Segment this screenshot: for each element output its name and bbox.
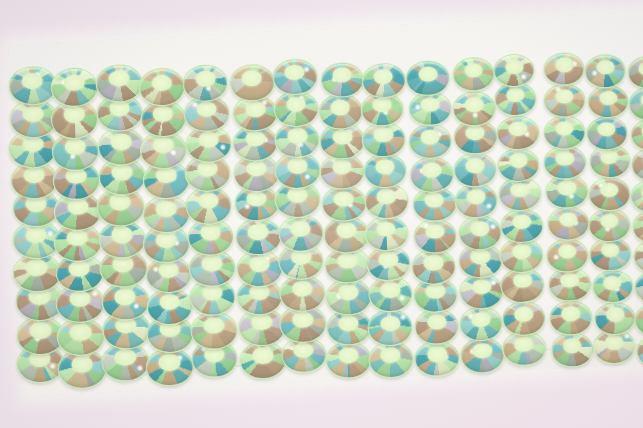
rhinestone-table-facet [422, 162, 442, 178]
rhinestone [588, 177, 631, 212]
rhinestone-table-facet [600, 150, 618, 165]
rhinestone [411, 248, 456, 285]
rhinestone [627, 55, 643, 89]
rhinestone-table-facet [376, 221, 396, 237]
rhinestone [586, 116, 628, 150]
rhinestone [50, 67, 99, 107]
rhinestone-table-facet [555, 58, 574, 73]
rhinestone [361, 62, 406, 99]
rhinestone-table-facet [198, 193, 219, 210]
rhinestone [500, 208, 544, 244]
rhinestone-table-facet [245, 101, 265, 117]
rhinestone-table-facet [603, 275, 621, 290]
rhinestone [452, 57, 495, 92]
rhinestone [279, 274, 326, 313]
rhinestone [636, 334, 643, 369]
photo-scene [0, 0, 643, 428]
rhinestone-table-facet [380, 282, 400, 298]
rhinestone-table-facet [245, 131, 265, 147]
rhinestone [145, 347, 194, 387]
rhinestone [547, 206, 590, 241]
rhinestone [452, 91, 496, 127]
rhinestone-table-facet [427, 315, 447, 331]
rhinestone [413, 218, 457, 254]
rhinestone-table-facet [638, 61, 643, 75]
rhinestone [361, 121, 406, 158]
rhinestone-table-facet [111, 133, 132, 150]
rhinestone-table-facet [196, 101, 217, 117]
rhinestone-table-facet [466, 189, 485, 204]
rhinestone-table-facet [332, 68, 352, 84]
rhinestone [278, 214, 325, 252]
rhinestone-table-facet [22, 105, 44, 122]
rhinestone-table-facet [425, 283, 445, 299]
rhinestone [325, 278, 372, 316]
rhinestone-table-facet [22, 73, 44, 90]
rhinestone-table-facet [555, 151, 574, 166]
rhinestone-table-facet [65, 138, 86, 155]
rhinestone [414, 340, 460, 378]
rhinestone-table-facet [203, 317, 224, 334]
rhinestone [272, 58, 318, 96]
rhinestone-table-facet [464, 97, 483, 112]
rhinestone-table-facet [561, 306, 580, 321]
rhinestone [543, 52, 586, 87]
rhinestone-table-facet [471, 249, 490, 264]
rhinestone-table-facet [25, 259, 47, 277]
rhinestone-table-facet [557, 180, 576, 195]
rhinestone [543, 83, 586, 118]
rhinestone-table-facet [251, 314, 272, 331]
rhinestone-table-facet [111, 226, 132, 243]
rhinestone [323, 216, 369, 254]
rhinestone-table-facet [338, 315, 358, 331]
rhinestone [493, 53, 535, 88]
rhinestone-table-facet [70, 323, 92, 340]
rhinestone [142, 194, 190, 234]
rhinestone [592, 269, 634, 304]
rhinestone-table-facet [514, 307, 533, 322]
rhinestone [628, 86, 643, 121]
rhinestone [364, 215, 409, 252]
rhinestone-table-facet [201, 255, 222, 272]
rhinestone-table-facet [375, 159, 395, 175]
rhinestone-table-facet [159, 354, 181, 371]
rhinestone-table-facet [292, 281, 313, 298]
rhinestone [367, 309, 413, 347]
rhinestone-table-facet [153, 106, 173, 122]
rhinestone [550, 332, 594, 368]
rhinestone [236, 249, 283, 287]
rhinestone-table-facet [25, 226, 47, 243]
rhinestone [458, 305, 503, 342]
rhinestone-table-facet [471, 312, 491, 328]
rhinestone-table-facet [512, 244, 532, 260]
rhinestone-table-facet [158, 262, 179, 279]
rhinestone-table-facet [380, 347, 401, 363]
rhinestone-table-facet [464, 63, 483, 78]
rhinestone-table-facet [159, 293, 180, 310]
rhinestone-table-facet [424, 255, 444, 271]
rhinestone [274, 121, 320, 159]
rhinestone [634, 302, 643, 338]
rhinestone-table-facet [287, 158, 307, 174]
rhinestone [325, 340, 372, 378]
rhinestone-table-facet [66, 229, 88, 246]
rhinestone-table-facet [30, 322, 52, 340]
rhinestone [182, 64, 228, 102]
rhinestone-table-facet [418, 66, 438, 82]
rhinestone-table-facet [69, 260, 90, 277]
rhinestone-table-facet [605, 335, 624, 350]
rhinestone-table-facet [285, 64, 305, 80]
rhinestone [594, 301, 637, 336]
rhinestone-table-facet [505, 59, 523, 74]
rhinestone [320, 61, 365, 98]
rhinestone-table-facet [24, 167, 45, 184]
rhinestone-table-facet [246, 161, 267, 177]
rhinestone [8, 66, 57, 106]
rhinestone-table-facet [249, 256, 269, 272]
rhinestone [584, 54, 626, 89]
rhinestone-table-facet [291, 221, 312, 237]
rhinestone [496, 115, 540, 151]
rhinestone-table-facet [248, 224, 269, 240]
rhinestone-table-facet [563, 338, 582, 353]
rhinestone [239, 340, 287, 379]
rhinestone [549, 300, 593, 336]
rhinestone [408, 123, 452, 159]
rhinestone-table-facet [252, 347, 273, 364]
rhinestone-table-facet [512, 214, 531, 229]
rhinestone-table-facet [195, 71, 215, 87]
rhinestone-table-facet [374, 127, 394, 143]
rhinestone-table-facet [114, 349, 136, 366]
rhinestone-table-facet [508, 122, 527, 137]
rhinestone-table-facet [558, 244, 577, 259]
rhinestone [589, 237, 632, 272]
rhinestone-table-facet [372, 97, 391, 112]
rhinestone-table-facet [376, 189, 396, 205]
rhinestone-table-facet [601, 243, 620, 258]
rhinestone-table-facet [287, 187, 308, 203]
rhinestone-table-facet [153, 137, 174, 154]
rhinestone-table-facet [425, 224, 444, 239]
rhinestone-table-facet [599, 90, 618, 105]
rhinestone-table-facet [202, 284, 223, 301]
rhinestone-table-facet [287, 128, 307, 144]
rhinestone-table-facet [465, 158, 485, 174]
rhinestone-table-facet [332, 129, 352, 145]
rhinestone [630, 118, 643, 152]
rhinestone-table-facet [334, 191, 354, 207]
rhinestone-table-facet [510, 182, 529, 197]
rhinestone [229, 64, 276, 102]
rhinestone-table-facet [109, 100, 130, 116]
rhinestone-table-facet [559, 212, 578, 227]
rhinestone [458, 215, 502, 251]
rhinestone-table-facet [197, 160, 218, 177]
rhinestone-table-facet [555, 121, 574, 136]
rhinestone-table-facet [512, 273, 532, 289]
rhinestone-table-facet [424, 192, 444, 208]
rhinestone-table-facet [71, 355, 93, 373]
rhinestone [454, 183, 498, 219]
rhinestone [499, 237, 544, 274]
rhinestone [634, 270, 643, 304]
rhinestone-table-facet [242, 70, 262, 86]
rhinestone-table-facet [600, 183, 619, 198]
rhinestone [408, 91, 452, 127]
rhinestone-table-facet [380, 315, 400, 331]
rhinestone-table-facet [338, 284, 358, 300]
rhinestone-table-facet [472, 279, 492, 295]
rhinestone [502, 300, 546, 336]
rhinestone [632, 209, 643, 244]
rhinestone-table-facet [63, 106, 84, 123]
rhinestone [587, 84, 630, 119]
rhinestone-table-facet [514, 336, 534, 352]
rhinestone-table-facet [292, 311, 313, 328]
rhinestone [363, 152, 408, 189]
rhinestone-table-facet [560, 273, 579, 288]
rhinestone [406, 60, 451, 97]
rhinestone-table-facet [156, 201, 177, 218]
rhinestone-table-facet [597, 122, 615, 137]
rhinestone-table-facet [336, 223, 356, 239]
rhinestone-table-facet [600, 214, 619, 229]
rhinestone [273, 90, 318, 127]
rhinestone-table-facet [332, 159, 352, 175]
rhinestone [631, 147, 643, 182]
rhinestone-table-facet [420, 97, 439, 112]
rhinestone-table-facet [555, 89, 574, 104]
rhinestone-table-facet [286, 97, 306, 113]
rhinestone [414, 308, 459, 345]
rhinestone-table-facet [330, 100, 350, 116]
rhinestone-table-facet [112, 164, 133, 181]
rhinestone-table-facet [470, 221, 489, 236]
rhinestone [139, 68, 186, 107]
rhinestone [497, 147, 540, 183]
rhinestone [97, 127, 145, 167]
rhinestone-table-facet [472, 343, 492, 359]
rhinestone [459, 336, 505, 373]
rhinestone-table-facet [420, 129, 439, 144]
rhinestone [367, 340, 414, 378]
rhinestone-table-facet [198, 131, 219, 148]
rhinestone-table-facet [338, 347, 359, 363]
rhinestone [543, 145, 587, 181]
rhinestone-table-facet [156, 231, 177, 248]
rhinestone [409, 156, 454, 193]
rhinestone [588, 208, 630, 243]
rhinestone [95, 63, 143, 102]
rhinestone-table-facet [427, 346, 447, 362]
rhinestone-table-facet [293, 342, 313, 358]
rhinestone-table-facet [63, 74, 85, 91]
rhinestone-table-facet [155, 167, 176, 184]
rhinestone [321, 184, 367, 222]
rhinestone-table-facet [606, 307, 625, 322]
rhinestone-table-facet [506, 88, 525, 103]
rhinestone-table-facet [114, 288, 136, 305]
rhinestone [318, 93, 363, 130]
rhinestone-table-facet [108, 70, 129, 87]
rhinestone-table-facet [247, 191, 267, 207]
rhinestone-table-facet [69, 290, 91, 307]
rhinestone-table-facet [374, 68, 394, 84]
rhinestone-table-facet [110, 194, 131, 211]
rhinestone [543, 115, 586, 150]
rhinestone-table-facet [337, 253, 357, 269]
rhinestone [368, 276, 413, 313]
rhinestone-table-facet [466, 125, 486, 141]
rhinestone [453, 151, 498, 188]
rhinestone-grid [0, 0, 643, 428]
rhinestone-table-facet [596, 60, 615, 75]
rhinestone [633, 239, 643, 274]
rhinestone-table-facet [378, 252, 398, 268]
rhinestone [235, 217, 282, 256]
rhinestone [545, 237, 589, 273]
rhinestone-table-facet [152, 74, 173, 91]
rhinestone [630, 179, 643, 213]
rhinestone-table-facet [22, 136, 44, 153]
rhinestone-table-facet [200, 225, 221, 241]
rhinestone-table-facet [67, 198, 89, 215]
rhinestone-table-facet [509, 153, 528, 168]
